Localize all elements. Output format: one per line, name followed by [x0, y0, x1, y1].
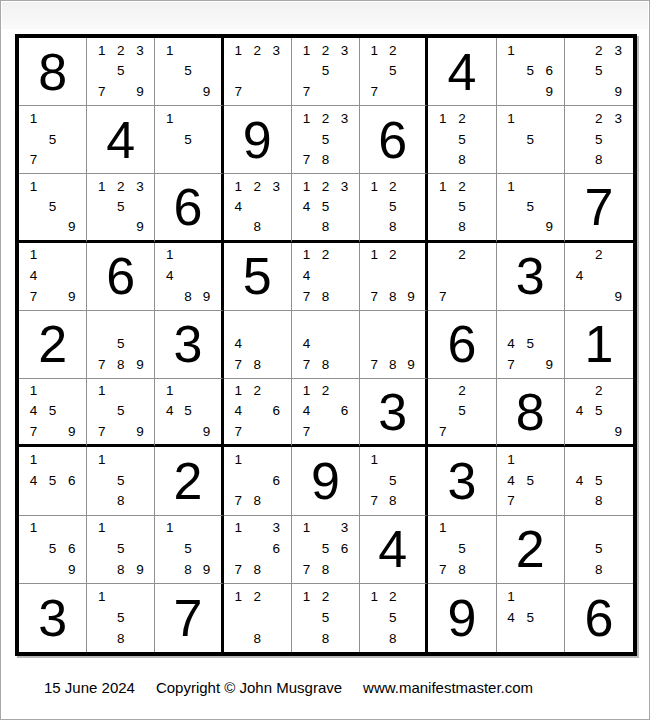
candidate-7: 7: [365, 354, 383, 375]
cell-r1c5[interactable]: 12357: [292, 38, 360, 106]
candidate-5: 5: [521, 334, 540, 355]
candidate-8: 8: [179, 286, 197, 307]
cell-r1c4[interactable]: 1237: [224, 38, 292, 106]
footer-date: 15 June 2024: [44, 679, 135, 696]
candidate-5: 5: [589, 538, 608, 559]
candidate-8: 8: [384, 354, 402, 375]
cell-r4c5[interactable]: 12478: [292, 243, 360, 311]
candidate-4: 4: [24, 401, 43, 421]
candidate-3: 3: [609, 108, 628, 129]
pencil-marks: 1578: [428, 516, 495, 583]
candidate-1: 1: [297, 518, 316, 539]
candidate-8: 8: [248, 559, 267, 580]
cell-r6c8[interactable]: 8: [497, 379, 565, 447]
candidate-5: 5: [589, 470, 608, 491]
candidate-1: 1: [24, 381, 43, 401]
candidate-9: 9: [62, 421, 81, 441]
candidate-1: 1: [502, 586, 521, 607]
candidate-7: 7: [92, 81, 111, 102]
candidate-5: 5: [316, 538, 335, 559]
candidate-9: 9: [130, 559, 149, 580]
pencil-marks: 1258: [360, 174, 425, 239]
candidate-2: 2: [111, 40, 130, 61]
candidate-5: 5: [384, 61, 402, 82]
cell-r8c6[interactable]: 4: [360, 516, 428, 584]
candidate-7: 7: [24, 286, 43, 307]
cell-r2c2[interactable]: 4: [87, 106, 155, 174]
pencil-marks: 1456: [19, 447, 86, 514]
cell-r4c7[interactable]: 27: [428, 243, 496, 311]
pencil-marks: 1257: [360, 38, 425, 105]
candidate-8: 8: [248, 354, 267, 375]
cell-r6c4[interactable]: 12467: [224, 379, 292, 447]
cell-r3c7[interactable]: 1258: [428, 174, 496, 242]
candidate-5: 5: [111, 197, 130, 217]
candidate-4: 4: [229, 197, 248, 217]
digit-9: 9: [243, 114, 272, 166]
pencil-marks: 1589: [155, 516, 220, 583]
pencil-marks: 257: [428, 379, 495, 444]
pencil-marks: 1258: [292, 584, 359, 652]
candidate-2: 2: [316, 40, 335, 61]
pencil-marks: 2459: [565, 379, 633, 444]
candidate-1: 1: [160, 40, 178, 61]
candidate-2: 2: [316, 108, 335, 129]
sudoku-board: 8123579159123712357125741569235915741591…: [15, 34, 637, 656]
candidate-5: 5: [521, 61, 540, 82]
candidate-5: 5: [521, 197, 540, 217]
digit-4: 4: [106, 114, 135, 166]
pencil-marks: 128: [224, 584, 291, 652]
candidate-2: 2: [384, 245, 402, 266]
candidate-1: 1: [433, 176, 452, 196]
pencil-marks: 58: [565, 516, 633, 583]
cell-r2c5[interactable]: 123578: [292, 106, 360, 174]
footer: 15 June 2024 Copyright © John Musgrave w…: [44, 679, 533, 696]
candidate-3: 3: [609, 40, 628, 61]
digit-3: 3: [516, 250, 545, 302]
pencil-marks: 249: [565, 243, 633, 310]
candidate-1: 1: [297, 381, 316, 401]
cell-r4c2[interactable]: 6: [87, 243, 155, 311]
candidate-2: 2: [452, 108, 471, 129]
cell-r9c3[interactable]: 7: [155, 584, 223, 652]
cell-r2c4[interactable]: 9: [224, 106, 292, 174]
candidate-3: 3: [267, 176, 286, 196]
candidate-4: 4: [297, 401, 316, 421]
candidate-4: 4: [24, 470, 43, 491]
pencil-marks: 478: [224, 311, 291, 378]
candidate-1: 1: [297, 108, 316, 129]
candidate-2: 2: [316, 381, 335, 401]
candidate-1: 1: [92, 586, 111, 607]
candidate-9: 9: [609, 421, 628, 441]
cell-r6c9[interactable]: 2459: [565, 379, 633, 447]
cell-r6c2[interactable]: 1579: [87, 379, 155, 447]
candidate-8: 8: [248, 628, 267, 649]
candidate-2: 2: [316, 586, 335, 607]
candidate-1: 1: [365, 449, 383, 470]
cell-r7c1[interactable]: 1456: [19, 447, 87, 515]
pencil-marks: 1489: [155, 243, 220, 310]
candidate-8: 8: [316, 217, 335, 237]
candidate-1: 1: [297, 245, 316, 266]
cell-r6c3[interactable]: 1459: [155, 379, 223, 447]
pencil-marks: 123458: [292, 174, 359, 239]
cell-r6c1[interactable]: 14579: [19, 379, 87, 447]
candidate-7: 7: [433, 286, 452, 307]
candidate-1: 1: [502, 40, 521, 61]
pencil-marks: 123579: [87, 38, 154, 105]
cell-r9c6[interactable]: 1258: [360, 584, 428, 652]
digit-8: 8: [38, 46, 67, 98]
pencil-marks: 1457: [497, 447, 564, 514]
cell-r1c7[interactable]: 4: [428, 38, 496, 106]
candidate-2: 2: [384, 586, 402, 607]
cell-r5c4[interactable]: 478: [224, 311, 292, 379]
pencil-marks: 4579: [497, 311, 564, 378]
candidate-5: 5: [589, 61, 608, 82]
cell-r3c4[interactable]: 12348: [224, 174, 292, 242]
candidate-2: 2: [248, 40, 267, 61]
candidate-6: 6: [267, 401, 286, 421]
candidate-8: 8: [316, 628, 335, 649]
cell-r7c9[interactable]: 458: [565, 447, 633, 515]
footer-website: www.manifestmaster.com: [363, 679, 533, 696]
cell-r7c7[interactable]: 3: [428, 447, 496, 515]
digit-2: 2: [38, 318, 67, 370]
pencil-marks: 14579: [19, 379, 86, 444]
pencil-marks: 2359: [565, 38, 633, 105]
candidate-5: 5: [43, 197, 62, 217]
candidate-1: 1: [502, 108, 521, 129]
candidate-1: 1: [365, 245, 383, 266]
candidate-8: 8: [589, 559, 608, 580]
cell-r3c8[interactable]: 159: [497, 174, 565, 242]
candidate-8: 8: [384, 217, 402, 237]
digit-7: 7: [174, 592, 203, 644]
candidate-8: 8: [452, 150, 471, 171]
candidate-9: 9: [130, 354, 149, 375]
cell-r2c6[interactable]: 6: [360, 106, 428, 174]
candidate-1: 1: [92, 176, 111, 196]
pencil-marks: 159: [155, 38, 220, 105]
candidate-4: 4: [297, 265, 316, 286]
pencil-marks: 1258: [428, 106, 495, 173]
pencil-marks: 159: [19, 174, 86, 239]
cell-r6c7[interactable]: 257: [428, 379, 496, 447]
pencil-marks: 13678: [224, 516, 291, 583]
candidate-1: 1: [433, 518, 452, 539]
candidate-8: 8: [248, 491, 267, 512]
cell-r9c5[interactable]: 1258: [292, 584, 360, 652]
candidate-9: 9: [62, 559, 81, 580]
cell-r7c8[interactable]: 1457: [497, 447, 565, 515]
candidate-2: 2: [452, 176, 471, 196]
candidate-8: 8: [111, 559, 130, 580]
cell-r7c2[interactable]: 158: [87, 447, 155, 515]
candidate-5: 5: [384, 470, 402, 491]
candidate-5: 5: [452, 538, 471, 559]
candidate-5: 5: [111, 607, 130, 628]
cell-r1c8[interactable]: 1569: [497, 38, 565, 106]
cell-r5c3[interactable]: 3: [155, 311, 223, 379]
candidate-4: 4: [502, 607, 521, 628]
cell-r5c9[interactable]: 1: [565, 311, 633, 379]
cell-r4c1[interactable]: 1479: [19, 243, 87, 311]
cell-r9c9[interactable]: 6: [565, 584, 633, 652]
candidate-1: 1: [502, 176, 521, 196]
cell-r3c3[interactable]: 6: [155, 174, 223, 242]
cell-r4c4[interactable]: 5: [224, 243, 292, 311]
candidate-2: 2: [316, 176, 335, 196]
candidate-8: 8: [111, 628, 130, 649]
candidate-7: 7: [297, 559, 316, 580]
candidate-4: 4: [570, 401, 589, 421]
cell-r8c4[interactable]: 13678: [224, 516, 292, 584]
candidate-8: 8: [589, 491, 608, 512]
candidate-1: 1: [229, 40, 248, 61]
candidate-1: 1: [160, 245, 178, 266]
cell-r2c1[interactable]: 157: [19, 106, 87, 174]
candidate-9: 9: [62, 286, 81, 307]
candidate-4: 4: [297, 334, 316, 355]
candidate-1: 1: [24, 518, 43, 539]
cell-r5c2[interactable]: 5789: [87, 311, 155, 379]
candidate-1: 1: [297, 586, 316, 607]
candidate-7: 7: [24, 421, 43, 441]
candidate-6: 6: [540, 61, 559, 82]
digit-3: 3: [174, 318, 203, 370]
cell-r4c9[interactable]: 249: [565, 243, 633, 311]
pencil-marks: 158: [87, 447, 154, 514]
cell-r8c7[interactable]: 1578: [428, 516, 496, 584]
cell-r4c8[interactable]: 3: [497, 243, 565, 311]
candidate-9: 9: [609, 81, 628, 102]
pencil-marks: 12467: [224, 379, 291, 444]
pencil-marks: 12348: [224, 174, 291, 239]
cell-r3c1[interactable]: 159: [19, 174, 87, 242]
candidate-2: 2: [384, 40, 402, 61]
candidate-5: 5: [316, 607, 335, 628]
digit-1: 1: [584, 318, 613, 370]
candidate-2: 2: [316, 245, 335, 266]
digit-3: 3: [447, 455, 476, 507]
digit-2: 2: [174, 455, 203, 507]
cell-r6c5[interactable]: 12467: [292, 379, 360, 447]
cell-r2c3[interactable]: 15: [155, 106, 223, 174]
candidate-7: 7: [297, 150, 316, 171]
cell-r8c2[interactable]: 1589: [87, 516, 155, 584]
candidate-9: 9: [62, 217, 81, 237]
cell-r8c1[interactable]: 1569: [19, 516, 87, 584]
candidate-5: 5: [589, 401, 608, 421]
candidate-4: 4: [160, 265, 178, 286]
cell-r9c2[interactable]: 158: [87, 584, 155, 652]
cell-r8c5[interactable]: 135678: [292, 516, 360, 584]
candidate-1: 1: [229, 381, 248, 401]
digit-3: 3: [378, 386, 407, 438]
cell-r3c6[interactable]: 1258: [360, 174, 428, 242]
pencil-marks: 1579: [87, 379, 154, 444]
pencil-marks: 1258: [360, 584, 425, 652]
pencil-marks: 12357: [292, 38, 359, 105]
candidate-1: 1: [92, 449, 111, 470]
cell-r3c2[interactable]: 12359: [87, 174, 155, 242]
candidate-1: 1: [92, 381, 111, 401]
candidate-7: 7: [24, 150, 43, 171]
candidate-9: 9: [402, 286, 420, 307]
candidate-6: 6: [62, 538, 81, 559]
candidate-2: 2: [589, 40, 608, 61]
candidate-5: 5: [179, 61, 197, 82]
candidate-5: 5: [384, 197, 402, 217]
candidate-8: 8: [316, 150, 335, 171]
candidate-5: 5: [43, 470, 62, 491]
candidate-7: 7: [92, 354, 111, 375]
cell-r8c9[interactable]: 58: [565, 516, 633, 584]
candidate-1: 1: [229, 176, 248, 196]
candidate-9: 9: [197, 421, 215, 441]
candidate-9: 9: [197, 81, 215, 102]
page: 8123579159123712357125741569235915741591…: [0, 0, 650, 720]
cell-r1c3[interactable]: 159: [155, 38, 223, 106]
candidate-2: 2: [589, 381, 608, 401]
candidate-7: 7: [502, 491, 521, 512]
pencil-marks: 159: [497, 174, 564, 239]
digit-6: 6: [584, 592, 613, 644]
cell-r4c3[interactable]: 1489: [155, 243, 223, 311]
candidate-1: 1: [502, 449, 521, 470]
cell-r1c6[interactable]: 1257: [360, 38, 428, 106]
candidate-1: 1: [229, 586, 248, 607]
candidate-9: 9: [130, 217, 149, 237]
candidate-1: 1: [24, 449, 43, 470]
cell-r5c1[interactable]: 2: [19, 311, 87, 379]
candidate-5: 5: [521, 129, 540, 150]
pencil-marks: 1459: [155, 379, 220, 444]
digit-4: 4: [378, 523, 407, 575]
pencil-marks: 123578: [292, 106, 359, 173]
cell-r7c5[interactable]: 9: [292, 447, 360, 515]
candidate-3: 3: [267, 518, 286, 539]
candidate-1: 1: [160, 518, 178, 539]
digit-6: 6: [174, 181, 203, 233]
pencil-marks: 158: [87, 584, 154, 652]
cell-r8c8[interactable]: 2: [497, 516, 565, 584]
candidate-6: 6: [267, 538, 286, 559]
candidate-2: 2: [589, 245, 608, 266]
cell-r5c8[interactable]: 4579: [497, 311, 565, 379]
candidate-9: 9: [130, 81, 149, 102]
cell-r5c5[interactable]: 478: [292, 311, 360, 379]
candidate-3: 3: [130, 176, 149, 196]
candidate-5: 5: [452, 197, 471, 217]
candidate-3: 3: [335, 108, 354, 129]
cell-r2c8[interactable]: 15: [497, 106, 565, 174]
candidate-7: 7: [229, 354, 248, 375]
candidate-7: 7: [433, 559, 452, 580]
pencil-marks: 157: [19, 106, 86, 173]
cell-r9c1[interactable]: 3: [19, 584, 87, 652]
candidate-6: 6: [335, 401, 354, 421]
candidate-4: 4: [24, 265, 43, 286]
candidate-1: 1: [365, 586, 383, 607]
pencil-marks: 145: [497, 584, 564, 652]
candidate-8: 8: [248, 217, 267, 237]
cell-r9c8[interactable]: 145: [497, 584, 565, 652]
cell-r4c6[interactable]: 12789: [360, 243, 428, 311]
cell-r5c6[interactable]: 789: [360, 311, 428, 379]
cell-r6c6[interactable]: 3: [360, 379, 428, 447]
candidate-7: 7: [502, 354, 521, 375]
candidate-8: 8: [316, 354, 335, 375]
candidate-7: 7: [229, 559, 248, 580]
pencil-marks: 1569: [497, 38, 564, 105]
candidate-2: 2: [111, 176, 130, 196]
cell-r1c2[interactable]: 123579: [87, 38, 155, 106]
candidate-8: 8: [384, 628, 402, 649]
pencil-marks: 1578: [360, 447, 425, 514]
candidate-5: 5: [521, 607, 540, 628]
candidate-5: 5: [179, 129, 197, 150]
cell-r2c7[interactable]: 1258: [428, 106, 496, 174]
cell-r7c3[interactable]: 2: [155, 447, 223, 515]
cell-r7c4[interactable]: 1678: [224, 447, 292, 515]
candidate-2: 2: [248, 176, 267, 196]
candidate-8: 8: [111, 491, 130, 512]
candidate-7: 7: [297, 354, 316, 375]
cell-r9c4[interactable]: 128: [224, 584, 292, 652]
footer-copyright: Copyright © John Musgrave: [156, 679, 342, 696]
cell-r3c9[interactable]: 7: [565, 174, 633, 242]
candidate-4: 4: [297, 197, 316, 217]
candidate-9: 9: [197, 286, 215, 307]
candidate-7: 7: [297, 81, 316, 102]
cell-r5c7[interactable]: 6: [428, 311, 496, 379]
pencil-marks: 12467: [292, 379, 359, 444]
candidate-6: 6: [62, 470, 81, 491]
candidate-3: 3: [130, 40, 149, 61]
cell-r1c1[interactable]: 8: [19, 38, 87, 106]
digit-7: 7: [584, 181, 613, 233]
pencil-marks: 12789: [360, 243, 425, 310]
candidate-1: 1: [297, 40, 316, 61]
cell-r8c3[interactable]: 1589: [155, 516, 223, 584]
candidate-7: 7: [365, 286, 383, 307]
candidate-5: 5: [521, 470, 540, 491]
candidate-8: 8: [589, 150, 608, 171]
cell-r3c5[interactable]: 123458: [292, 174, 360, 242]
candidate-1: 1: [92, 40, 111, 61]
candidate-8: 8: [316, 559, 335, 580]
cell-r9c7[interactable]: 9: [428, 584, 496, 652]
cell-r7c6[interactable]: 1578: [360, 447, 428, 515]
pencil-marks: 1237: [224, 38, 291, 105]
pencil-marks: 15: [155, 106, 220, 173]
candidate-8: 8: [316, 286, 335, 307]
cell-r2c9[interactable]: 2358: [565, 106, 633, 174]
pencil-marks: 1569: [19, 516, 86, 583]
cell-r1c9[interactable]: 2359: [565, 38, 633, 106]
pencil-marks: 12478: [292, 243, 359, 310]
candidate-9: 9: [402, 354, 420, 375]
candidate-5: 5: [179, 538, 197, 559]
candidate-3: 3: [335, 518, 354, 539]
candidate-5: 5: [316, 61, 335, 82]
digit-4: 4: [447, 46, 476, 98]
candidate-6: 6: [267, 470, 286, 491]
